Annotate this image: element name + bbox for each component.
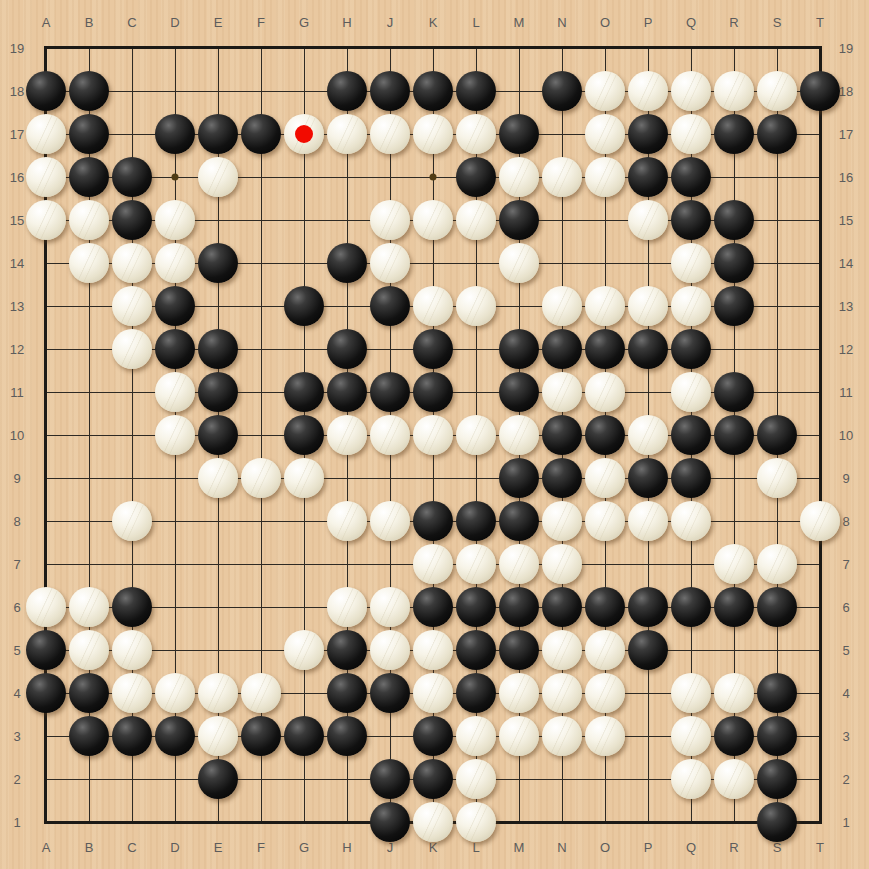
stone-S3[interactable]: [757, 716, 797, 756]
coordinate-label: F: [257, 16, 265, 29]
stone-L6[interactable]: [456, 587, 496, 627]
coordinate-label: 13: [10, 300, 24, 313]
coordinate-label: 9: [842, 472, 849, 485]
stone-B18[interactable]: [69, 71, 109, 111]
stone-K5[interactable]: [413, 630, 453, 670]
stone-J4[interactable]: [370, 673, 410, 713]
stone-C12[interactable]: [112, 329, 152, 369]
stone-S17[interactable]: [757, 114, 797, 154]
stone-C14[interactable]: [112, 243, 152, 283]
coordinate-label: T: [816, 841, 824, 854]
stone-P9[interactable]: [628, 458, 668, 498]
stone-L8[interactable]: [456, 501, 496, 541]
stone-M12[interactable]: [499, 329, 539, 369]
stone-L17[interactable]: [456, 114, 496, 154]
coordinate-label: 10: [10, 429, 24, 442]
stone-Q4[interactable]: [671, 673, 711, 713]
coordinate-label: 17: [10, 128, 24, 141]
stone-Q8[interactable]: [671, 501, 711, 541]
stone-J17[interactable]: [370, 114, 410, 154]
coordinate-label: D: [170, 841, 179, 854]
stone-C15[interactable]: [112, 200, 152, 240]
coordinate-label: G: [299, 16, 309, 29]
stone-N18[interactable]: [542, 71, 582, 111]
stone-L2[interactable]: [456, 759, 496, 799]
stone-E9[interactable]: [198, 458, 238, 498]
stone-G9[interactable]: [284, 458, 324, 498]
stone-Q12[interactable]: [671, 329, 711, 369]
stone-E12[interactable]: [198, 329, 238, 369]
stone-K4[interactable]: [413, 673, 453, 713]
coordinate-label: 1: [13, 816, 20, 829]
stone-K13[interactable]: [413, 286, 453, 326]
stone-H5[interactable]: [327, 630, 367, 670]
coordinate-label: 6: [13, 601, 20, 614]
stone-H14[interactable]: [327, 243, 367, 283]
stone-J15[interactable]: [370, 200, 410, 240]
stone-T8[interactable]: [800, 501, 840, 541]
coordinate-label: T: [816, 16, 824, 29]
stone-K7[interactable]: [413, 544, 453, 584]
stone-R13[interactable]: [714, 286, 754, 326]
stone-C16[interactable]: [112, 157, 152, 197]
stone-R4[interactable]: [714, 673, 754, 713]
stone-D3[interactable]: [155, 716, 195, 756]
stone-M5[interactable]: [499, 630, 539, 670]
last-move-marker: [295, 125, 313, 143]
stone-G3[interactable]: [284, 716, 324, 756]
stone-R6[interactable]: [714, 587, 754, 627]
stone-Q9[interactable]: [671, 458, 711, 498]
stone-K3[interactable]: [413, 716, 453, 756]
stone-C13[interactable]: [112, 286, 152, 326]
stone-J13[interactable]: [370, 286, 410, 326]
coordinate-label: 18: [10, 85, 24, 98]
stone-J2[interactable]: [370, 759, 410, 799]
stone-K15[interactable]: [413, 200, 453, 240]
stone-H12[interactable]: [327, 329, 367, 369]
stone-T18[interactable]: [800, 71, 840, 111]
stone-Q18[interactable]: [671, 71, 711, 111]
stone-A17[interactable]: [26, 114, 66, 154]
stone-Q13[interactable]: [671, 286, 711, 326]
coordinate-label: C: [127, 841, 136, 854]
stone-S2[interactable]: [757, 759, 797, 799]
stone-E17[interactable]: [198, 114, 238, 154]
stone-K2[interactable]: [413, 759, 453, 799]
stone-S6[interactable]: [757, 587, 797, 627]
coordinate-label: R: [729, 16, 738, 29]
coordinate-label: K: [429, 841, 438, 854]
stone-O16[interactable]: [585, 157, 625, 197]
stone-M11[interactable]: [499, 372, 539, 412]
stone-D10[interactable]: [155, 415, 195, 455]
stone-O3[interactable]: [585, 716, 625, 756]
stone-C5[interactable]: [112, 630, 152, 670]
coordinate-label: J: [387, 841, 394, 854]
stone-M10[interactable]: [499, 415, 539, 455]
coordinate-label: L: [472, 16, 479, 29]
coordinate-label: 12: [10, 343, 24, 356]
stone-M15[interactable]: [499, 200, 539, 240]
coordinate-label: O: [600, 841, 610, 854]
stone-H18[interactable]: [327, 71, 367, 111]
stone-J10[interactable]: [370, 415, 410, 455]
stone-A16[interactable]: [26, 157, 66, 197]
coordinate-label: M: [514, 841, 525, 854]
coordinate-label: 2: [13, 773, 20, 786]
stone-C6[interactable]: [112, 587, 152, 627]
stone-E14[interactable]: [198, 243, 238, 283]
stone-N10[interactable]: [542, 415, 582, 455]
stone-L4[interactable]: [456, 673, 496, 713]
stone-O10[interactable]: [585, 415, 625, 455]
stone-F4[interactable]: [241, 673, 281, 713]
stone-O6[interactable]: [585, 587, 625, 627]
stone-N16[interactable]: [542, 157, 582, 197]
stone-B5[interactable]: [69, 630, 109, 670]
stone-P15[interactable]: [628, 200, 668, 240]
stone-O12[interactable]: [585, 329, 625, 369]
stone-N3[interactable]: [542, 716, 582, 756]
stone-K11[interactable]: [413, 372, 453, 412]
stone-P16[interactable]: [628, 157, 668, 197]
coordinate-label: 19: [839, 42, 853, 55]
stone-G10[interactable]: [284, 415, 324, 455]
coordinate-label: 17: [839, 128, 853, 141]
coordinate-label: 8: [13, 515, 20, 528]
stone-O17[interactable]: [585, 114, 625, 154]
stone-E3[interactable]: [198, 716, 238, 756]
stone-Q3[interactable]: [671, 716, 711, 756]
coordinate-label: P: [644, 841, 653, 854]
coordinate-label: 14: [10, 257, 24, 270]
stone-R10[interactable]: [714, 415, 754, 455]
coordinate-label: B: [85, 841, 94, 854]
stone-L10[interactable]: [456, 415, 496, 455]
stone-E10[interactable]: [198, 415, 238, 455]
stone-M16[interactable]: [499, 157, 539, 197]
stone-Q15[interactable]: [671, 200, 711, 240]
stone-F17[interactable]: [241, 114, 281, 154]
stone-F3[interactable]: [241, 716, 281, 756]
stone-B6[interactable]: [69, 587, 109, 627]
stone-P13[interactable]: [628, 286, 668, 326]
stone-R17[interactable]: [714, 114, 754, 154]
stone-R18[interactable]: [714, 71, 754, 111]
stone-A5[interactable]: [26, 630, 66, 670]
stone-P17[interactable]: [628, 114, 668, 154]
stone-F9[interactable]: [241, 458, 281, 498]
coordinate-label: F: [257, 841, 265, 854]
stone-R14[interactable]: [714, 243, 754, 283]
stone-K6[interactable]: [413, 587, 453, 627]
stone-B16[interactable]: [69, 157, 109, 197]
stone-C4[interactable]: [112, 673, 152, 713]
stone-H6[interactable]: [327, 587, 367, 627]
coordinate-label: B: [85, 16, 94, 29]
coordinate-label: 1: [842, 816, 849, 829]
coordinate-label: H: [342, 16, 351, 29]
star-point: [172, 174, 179, 181]
stone-A4[interactable]: [26, 673, 66, 713]
coordinate-label: 19: [10, 42, 24, 55]
stone-G5[interactable]: [284, 630, 324, 670]
stone-M4[interactable]: [499, 673, 539, 713]
stone-N12[interactable]: [542, 329, 582, 369]
coordinate-label: K: [429, 16, 438, 29]
stone-D4[interactable]: [155, 673, 195, 713]
coordinate-label: N: [557, 16, 566, 29]
stone-K17[interactable]: [413, 114, 453, 154]
stone-L5[interactable]: [456, 630, 496, 670]
coordinate-label: A: [42, 16, 51, 29]
coordinate-label: M: [514, 16, 525, 29]
stone-Q14[interactable]: [671, 243, 711, 283]
coordinate-label: 13: [839, 300, 853, 313]
stone-L1[interactable]: [456, 802, 496, 842]
stone-K10[interactable]: [413, 415, 453, 455]
stone-Q2[interactable]: [671, 759, 711, 799]
stone-N4[interactable]: [542, 673, 582, 713]
coordinate-label: 10: [839, 429, 853, 442]
stone-B3[interactable]: [69, 716, 109, 756]
stone-K8[interactable]: [413, 501, 453, 541]
coordinate-label: P: [644, 16, 653, 29]
stone-L7[interactable]: [456, 544, 496, 584]
coordinate-label: 5: [13, 644, 20, 657]
stone-P12[interactable]: [628, 329, 668, 369]
stone-S7[interactable]: [757, 544, 797, 584]
stone-L16[interactable]: [456, 157, 496, 197]
stone-Q6[interactable]: [671, 587, 711, 627]
stone-D17[interactable]: [155, 114, 195, 154]
coordinate-label: H: [342, 841, 351, 854]
coordinate-label: S: [773, 16, 782, 29]
stone-S10[interactable]: [757, 415, 797, 455]
coordinate-label: 9: [13, 472, 20, 485]
stone-H8[interactable]: [327, 501, 367, 541]
coordinate-label: R: [729, 841, 738, 854]
stone-K18[interactable]: [413, 71, 453, 111]
stone-H11[interactable]: [327, 372, 367, 412]
stone-P18[interactable]: [628, 71, 668, 111]
stone-J14[interactable]: [370, 243, 410, 283]
stone-A18[interactable]: [26, 71, 66, 111]
stone-O5[interactable]: [585, 630, 625, 670]
coordinate-label: 16: [839, 171, 853, 184]
stone-R3[interactable]: [714, 716, 754, 756]
stone-P8[interactable]: [628, 501, 668, 541]
stone-A6[interactable]: [26, 587, 66, 627]
coordinate-label: 3: [842, 730, 849, 743]
stone-B4[interactable]: [69, 673, 109, 713]
coordinate-label: 11: [10, 386, 24, 399]
stone-O18[interactable]: [585, 71, 625, 111]
stone-O13[interactable]: [585, 286, 625, 326]
stone-M7[interactable]: [499, 544, 539, 584]
coordinate-label: D: [170, 16, 179, 29]
go-board[interactable]: ABCDEFGHJKLMNOPQRST ABCDEFGHJKLMNOPQRST …: [0, 0, 869, 869]
stone-H3[interactable]: [327, 716, 367, 756]
stone-N5[interactable]: [542, 630, 582, 670]
stone-B14[interactable]: [69, 243, 109, 283]
coordinate-label: A: [42, 841, 51, 854]
stone-E11[interactable]: [198, 372, 238, 412]
stone-P6[interactable]: [628, 587, 668, 627]
stone-J8[interactable]: [370, 501, 410, 541]
coordinate-label: 18: [839, 85, 853, 98]
stone-Q17[interactable]: [671, 114, 711, 154]
stone-H4[interactable]: [327, 673, 367, 713]
stone-D13[interactable]: [155, 286, 195, 326]
stone-N11[interactable]: [542, 372, 582, 412]
stone-O4[interactable]: [585, 673, 625, 713]
coordinate-label: O: [600, 16, 610, 29]
stone-Q16[interactable]: [671, 157, 711, 197]
stone-D12[interactable]: [155, 329, 195, 369]
stone-N9[interactable]: [542, 458, 582, 498]
stone-R2[interactable]: [714, 759, 754, 799]
stone-M3[interactable]: [499, 716, 539, 756]
stone-N13[interactable]: [542, 286, 582, 326]
stone-D11[interactable]: [155, 372, 195, 412]
stone-R15[interactable]: [714, 200, 754, 240]
stone-G11[interactable]: [284, 372, 324, 412]
coordinate-label: 5: [842, 644, 849, 657]
stone-M9[interactable]: [499, 458, 539, 498]
stone-H17[interactable]: [327, 114, 367, 154]
stone-L18[interactable]: [456, 71, 496, 111]
stone-N8[interactable]: [542, 501, 582, 541]
stone-J5[interactable]: [370, 630, 410, 670]
stone-R7[interactable]: [714, 544, 754, 584]
coordinate-label: 16: [10, 171, 24, 184]
stone-P5[interactable]: [628, 630, 668, 670]
coordinate-label: E: [214, 841, 223, 854]
stone-M8[interactable]: [499, 501, 539, 541]
stone-D14[interactable]: [155, 243, 195, 283]
coordinate-label: N: [557, 841, 566, 854]
stone-O11[interactable]: [585, 372, 625, 412]
stone-P10[interactable]: [628, 415, 668, 455]
coordinate-label: 12: [839, 343, 853, 356]
stone-S9[interactable]: [757, 458, 797, 498]
stone-M6[interactable]: [499, 587, 539, 627]
stone-G13[interactable]: [284, 286, 324, 326]
stone-J1[interactable]: [370, 802, 410, 842]
coordinate-label: 4: [13, 687, 20, 700]
coordinate-label: 2: [842, 773, 849, 786]
stone-N6[interactable]: [542, 587, 582, 627]
stone-R11[interactable]: [714, 372, 754, 412]
stone-L15[interactable]: [456, 200, 496, 240]
coordinate-label: Q: [686, 841, 696, 854]
star-point: [430, 174, 437, 181]
coordinate-label: 3: [13, 730, 20, 743]
stone-Q10[interactable]: [671, 415, 711, 455]
stone-D15[interactable]: [155, 200, 195, 240]
coordinate-label: 4: [842, 687, 849, 700]
stone-H10[interactable]: [327, 415, 367, 455]
stone-S1[interactable]: [757, 802, 797, 842]
stone-M14[interactable]: [499, 243, 539, 283]
stone-J18[interactable]: [370, 71, 410, 111]
coordinate-label: 8: [842, 515, 849, 528]
stone-O8[interactable]: [585, 501, 625, 541]
stone-E16[interactable]: [198, 157, 238, 197]
coordinate-label: Q: [686, 16, 696, 29]
stone-A15[interactable]: [26, 200, 66, 240]
stone-J11[interactable]: [370, 372, 410, 412]
coordinate-label: 11: [839, 386, 853, 399]
stone-M17[interactable]: [499, 114, 539, 154]
stone-Q11[interactable]: [671, 372, 711, 412]
stone-O9[interactable]: [585, 458, 625, 498]
stone-S18[interactable]: [757, 71, 797, 111]
stone-L13[interactable]: [456, 286, 496, 326]
stone-C8[interactable]: [112, 501, 152, 541]
coordinate-label: C: [127, 16, 136, 29]
coordinate-label: G: [299, 841, 309, 854]
coordinate-label: L: [472, 841, 479, 854]
stone-S4[interactable]: [757, 673, 797, 713]
stone-B15[interactable]: [69, 200, 109, 240]
stone-J6[interactable]: [370, 587, 410, 627]
stone-E2[interactable]: [198, 759, 238, 799]
stone-B17[interactable]: [69, 114, 109, 154]
stone-N7[interactable]: [542, 544, 582, 584]
coordinate-label: 6: [842, 601, 849, 614]
stone-K12[interactable]: [413, 329, 453, 369]
coordinate-label: 15: [839, 214, 853, 227]
coordinate-label: J: [387, 16, 394, 29]
stone-K1[interactable]: [413, 802, 453, 842]
stone-L3[interactable]: [456, 716, 496, 756]
stone-C3[interactable]: [112, 716, 152, 756]
coordinate-label: E: [214, 16, 223, 29]
coordinate-label: 14: [839, 257, 853, 270]
coordinate-label: S: [773, 841, 782, 854]
stone-E4[interactable]: [198, 673, 238, 713]
coordinate-label: 7: [13, 558, 20, 571]
coordinate-label: 15: [10, 214, 24, 227]
coordinate-label: 7: [842, 558, 849, 571]
